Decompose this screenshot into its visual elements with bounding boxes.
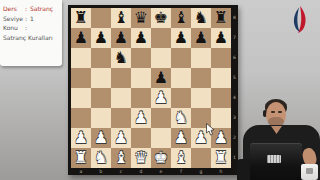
piece-black-rook: ♜ bbox=[211, 8, 231, 28]
piece-black-knight: ♞ bbox=[191, 8, 211, 28]
square-a4[interactable] bbox=[71, 88, 91, 108]
square-b6[interactable] bbox=[91, 48, 111, 68]
square-f5[interactable] bbox=[171, 68, 191, 88]
topic-row: Konu: bbox=[3, 23, 59, 33]
square-g6[interactable] bbox=[191, 48, 211, 68]
square-c6[interactable]: ♞ bbox=[111, 48, 131, 68]
topic-value-row: Satranç Kuralları bbox=[3, 33, 59, 43]
piece-white-pawn: ♟ bbox=[111, 128, 131, 148]
square-a8[interactable]: ♜ bbox=[71, 8, 91, 28]
topic-wrapped-value: Satranç Kuralları bbox=[3, 33, 53, 43]
piece-black-pawn: ♟ bbox=[91, 28, 111, 48]
square-e6[interactable] bbox=[151, 48, 171, 68]
file-label-a: a bbox=[71, 168, 91, 175]
level-row: Seviye:1 bbox=[3, 14, 59, 24]
board-squares: ♜♝♛♚♝♞♜♟♟♟♟♟♟♟♞♟♟♟♞♟♟♟♟♟♟♜♞♝♛♚♝♜ bbox=[71, 8, 231, 168]
square-a7[interactable]: ♟ bbox=[71, 28, 91, 48]
piece-white-pawn: ♟ bbox=[171, 128, 191, 148]
piece-black-pawn: ♟ bbox=[191, 28, 211, 48]
piece-black-rook: ♜ bbox=[71, 8, 91, 28]
piece-white-knight: ♞ bbox=[171, 108, 191, 128]
file-label-f: f bbox=[171, 168, 191, 175]
square-d8[interactable]: ♛ bbox=[131, 8, 151, 28]
piece-white-bishop: ♝ bbox=[111, 148, 131, 168]
square-g4[interactable] bbox=[191, 88, 211, 108]
lesson-row: Ders:Satranç bbox=[3, 4, 59, 14]
square-f8[interactable]: ♝ bbox=[171, 8, 191, 28]
piece-black-pawn: ♟ bbox=[131, 28, 151, 48]
piece-black-pawn: ♟ bbox=[211, 28, 231, 48]
square-d6[interactable] bbox=[131, 48, 151, 68]
video-frame: Ders:Satranç Seviye:1 Konu: Satranç Kura… bbox=[0, 0, 320, 180]
level-label: Seviye bbox=[3, 14, 25, 24]
square-f6[interactable] bbox=[171, 48, 191, 68]
square-d2[interactable] bbox=[131, 128, 151, 148]
square-e3[interactable] bbox=[151, 108, 171, 128]
piece-white-pawn: ♟ bbox=[131, 108, 151, 128]
piece-white-pawn: ♟ bbox=[151, 88, 171, 108]
square-a3[interactable] bbox=[71, 108, 91, 128]
level-value: 1 bbox=[30, 14, 34, 24]
square-c7[interactable]: ♟ bbox=[111, 28, 131, 48]
file-label-b: b bbox=[91, 168, 111, 175]
piece-black-bishop: ♝ bbox=[171, 8, 191, 28]
square-a5[interactable] bbox=[71, 68, 91, 88]
file-label-g: g bbox=[191, 168, 211, 175]
square-e7[interactable] bbox=[151, 28, 171, 48]
piece-white-queen: ♛ bbox=[131, 148, 151, 168]
file-label-d: d bbox=[131, 168, 151, 175]
channel-logo-icon bbox=[291, 6, 308, 33]
topic-label: Konu bbox=[3, 23, 25, 33]
piece-black-pawn: ♟ bbox=[71, 28, 91, 48]
file-label-e: e bbox=[151, 168, 171, 175]
square-b4[interactable] bbox=[91, 88, 111, 108]
piece-black-pawn: ♟ bbox=[151, 68, 171, 88]
rank-label-3: 3 bbox=[231, 108, 238, 128]
square-b5[interactable] bbox=[91, 68, 111, 88]
square-d5[interactable] bbox=[131, 68, 151, 88]
piece-black-pawn: ♟ bbox=[171, 28, 191, 48]
square-b2[interactable]: ♟ bbox=[91, 128, 111, 148]
square-e2[interactable] bbox=[151, 128, 171, 148]
square-c8[interactable]: ♝ bbox=[111, 8, 131, 28]
square-c5[interactable] bbox=[111, 68, 131, 88]
piece-black-knight: ♞ bbox=[111, 48, 131, 68]
piece-white-pawn: ♟ bbox=[71, 128, 91, 148]
piece-white-rook: ♜ bbox=[71, 148, 91, 168]
mug-logo bbox=[306, 168, 313, 174]
square-f1[interactable]: ♝ bbox=[171, 148, 191, 168]
lesson-value: Satranç bbox=[30, 4, 53, 14]
square-c4[interactable] bbox=[111, 88, 131, 108]
square-d3[interactable]: ♟ bbox=[131, 108, 151, 128]
piece-black-bishop: ♝ bbox=[111, 8, 131, 28]
square-a2[interactable]: ♟ bbox=[71, 128, 91, 148]
lesson-info-card: Ders:Satranç Seviye:1 Konu: Satranç Kura… bbox=[0, 0, 62, 66]
piece-black-queen: ♛ bbox=[131, 8, 151, 28]
logo-navy-petal bbox=[294, 8, 300, 32]
separator: : bbox=[25, 23, 30, 33]
square-e5[interactable]: ♟ bbox=[151, 68, 171, 88]
square-g5[interactable] bbox=[191, 68, 211, 88]
piece-white-king: ♚ bbox=[151, 148, 171, 168]
file-label-h: h bbox=[211, 168, 231, 175]
square-h5[interactable] bbox=[211, 68, 231, 88]
square-f4[interactable] bbox=[171, 88, 191, 108]
square-a6[interactable] bbox=[71, 48, 91, 68]
square-f7[interactable]: ♟ bbox=[171, 28, 191, 48]
logo-red-petal bbox=[298, 6, 306, 33]
piece-white-pawn: ♟ bbox=[91, 128, 111, 148]
rank-labels: 87654321 bbox=[231, 8, 238, 168]
square-d1[interactable]: ♛ bbox=[131, 148, 151, 168]
presenter-eyes bbox=[271, 111, 275, 113]
square-b8[interactable] bbox=[91, 8, 111, 28]
square-f2[interactable]: ♟ bbox=[171, 128, 191, 148]
square-h4[interactable] bbox=[211, 88, 231, 108]
laptop-sticker bbox=[267, 155, 281, 163]
chess-board: ♜♝♛♚♝♞♜♟♟♟♟♟♟♟♞♟♟♟♞♟♟♟♟♟♟♜♞♝♛♚♝♜ 8765432… bbox=[68, 5, 238, 175]
rank-label-7: 7 bbox=[231, 28, 238, 48]
file-label-c: c bbox=[111, 168, 131, 175]
piece-black-pawn: ♟ bbox=[111, 28, 131, 48]
square-h6[interactable] bbox=[211, 48, 231, 68]
rank-label-6: 6 bbox=[231, 48, 238, 68]
square-c1[interactable]: ♝ bbox=[111, 148, 131, 168]
rank-label-2: 2 bbox=[231, 128, 238, 148]
piece-black-king: ♚ bbox=[151, 8, 171, 28]
lesson-label: Ders bbox=[3, 4, 25, 14]
square-e1[interactable]: ♚ bbox=[151, 148, 171, 168]
square-h8[interactable]: ♜ bbox=[211, 8, 231, 28]
square-g7[interactable]: ♟ bbox=[191, 28, 211, 48]
square-e8[interactable]: ♚ bbox=[151, 8, 171, 28]
piece-white-knight: ♞ bbox=[91, 148, 111, 168]
rank-label-4: 4 bbox=[231, 88, 238, 108]
piece-white-bishop: ♝ bbox=[171, 148, 191, 168]
square-c3[interactable] bbox=[111, 108, 131, 128]
file-labels: abcdefgh bbox=[71, 168, 231, 175]
square-a1[interactable]: ♜ bbox=[71, 148, 91, 168]
square-h7[interactable]: ♟ bbox=[211, 28, 231, 48]
square-c2[interactable]: ♟ bbox=[111, 128, 131, 148]
square-h1[interactable]: ♜ bbox=[211, 148, 231, 168]
square-b1[interactable]: ♞ bbox=[91, 148, 111, 168]
square-b7[interactable]: ♟ bbox=[91, 28, 111, 48]
square-f3[interactable]: ♞ bbox=[171, 108, 191, 128]
square-d7[interactable]: ♟ bbox=[131, 28, 151, 48]
rank-label-5: 5 bbox=[231, 68, 238, 88]
square-e4[interactable]: ♟ bbox=[151, 88, 171, 108]
square-g1[interactable] bbox=[191, 148, 211, 168]
mouse-cursor bbox=[206, 123, 215, 136]
square-g8[interactable]: ♞ bbox=[191, 8, 211, 28]
square-d4[interactable] bbox=[131, 88, 151, 108]
square-b3[interactable] bbox=[91, 108, 111, 128]
piece-white-rook: ♜ bbox=[211, 148, 231, 168]
rank-label-8: 8 bbox=[231, 8, 238, 28]
